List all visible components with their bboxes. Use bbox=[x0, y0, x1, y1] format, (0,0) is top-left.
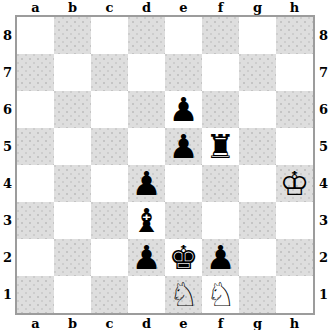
file-label-bottom-b: b bbox=[54, 316, 91, 330]
square-f4[interactable] bbox=[202, 165, 239, 202]
square-c8[interactable] bbox=[91, 17, 128, 54]
square-g6[interactable] bbox=[239, 91, 276, 128]
piece-black-pawn[interactable]: ♟ bbox=[169, 128, 199, 165]
square-b4[interactable] bbox=[54, 165, 91, 202]
rank-label-left-6: 6 bbox=[0, 91, 15, 128]
piece-black-bishop[interactable]: ♝ bbox=[132, 202, 162, 239]
square-a1[interactable] bbox=[17, 276, 54, 313]
square-a7[interactable] bbox=[17, 54, 54, 91]
file-label-top-f: f bbox=[202, 0, 239, 15]
square-a6[interactable] bbox=[17, 91, 54, 128]
rank-label-right-1: 1 bbox=[317, 276, 330, 313]
square-a8[interactable] bbox=[17, 17, 54, 54]
file-label-top-d: d bbox=[128, 0, 165, 15]
square-h1[interactable] bbox=[276, 276, 313, 313]
file-label-top-g: g bbox=[239, 0, 276, 15]
square-f7[interactable] bbox=[202, 54, 239, 91]
piece-white-king[interactable]: ♔ bbox=[280, 165, 310, 202]
square-e7[interactable] bbox=[165, 54, 202, 91]
square-g5[interactable] bbox=[239, 128, 276, 165]
square-d3[interactable]: ♝ bbox=[128, 202, 165, 239]
square-b7[interactable] bbox=[54, 54, 91, 91]
rank-label-left-3: 3 bbox=[0, 202, 15, 239]
square-d5[interactable] bbox=[128, 128, 165, 165]
file-label-bottom-h: h bbox=[276, 316, 313, 330]
square-h8[interactable] bbox=[276, 17, 313, 54]
square-d4[interactable]: ♟ bbox=[128, 165, 165, 202]
rank-label-left-5: 5 bbox=[0, 128, 15, 165]
rank-label-left-4: 4 bbox=[0, 165, 15, 202]
file-labels-bottom: abcdefgh bbox=[17, 316, 313, 330]
rank-labels-right: 87654321 bbox=[317, 17, 330, 313]
square-f5[interactable]: ♜ bbox=[202, 128, 239, 165]
piece-black-rook[interactable]: ♜ bbox=[206, 128, 236, 165]
square-b3[interactable] bbox=[54, 202, 91, 239]
square-b6[interactable] bbox=[54, 91, 91, 128]
rank-label-right-4: 4 bbox=[317, 165, 330, 202]
square-f8[interactable] bbox=[202, 17, 239, 54]
square-b2[interactable] bbox=[54, 239, 91, 276]
square-c1[interactable] bbox=[91, 276, 128, 313]
square-g8[interactable] bbox=[239, 17, 276, 54]
rank-label-right-5: 5 bbox=[317, 128, 330, 165]
square-b5[interactable] bbox=[54, 128, 91, 165]
square-e3[interactable] bbox=[165, 202, 202, 239]
square-h7[interactable] bbox=[276, 54, 313, 91]
square-f3[interactable] bbox=[202, 202, 239, 239]
square-d2[interactable]: ♟ bbox=[128, 239, 165, 276]
square-c6[interactable] bbox=[91, 91, 128, 128]
square-g1[interactable] bbox=[239, 276, 276, 313]
square-a2[interactable] bbox=[17, 239, 54, 276]
square-e4[interactable] bbox=[165, 165, 202, 202]
piece-white-knight[interactable]: ♘ bbox=[169, 276, 199, 313]
square-a4[interactable] bbox=[17, 165, 54, 202]
square-d6[interactable] bbox=[128, 91, 165, 128]
file-label-top-e: e bbox=[165, 0, 202, 15]
rank-label-left-1: 1 bbox=[0, 276, 15, 313]
square-d8[interactable] bbox=[128, 17, 165, 54]
file-label-bottom-a: a bbox=[17, 316, 54, 330]
rank-label-right-6: 6 bbox=[317, 91, 330, 128]
chess-board[interactable]: ♟♟♜♟♔♝♟♚♟♘♘ bbox=[15, 15, 315, 315]
square-b1[interactable] bbox=[54, 276, 91, 313]
square-h5[interactable] bbox=[276, 128, 313, 165]
square-f1[interactable]: ♘ bbox=[202, 276, 239, 313]
square-h4[interactable]: ♔ bbox=[276, 165, 313, 202]
square-c2[interactable] bbox=[91, 239, 128, 276]
rank-label-right-2: 2 bbox=[317, 239, 330, 276]
piece-black-pawn[interactable]: ♟ bbox=[132, 165, 162, 202]
square-h3[interactable] bbox=[276, 202, 313, 239]
file-label-top-a: a bbox=[17, 0, 54, 15]
square-c4[interactable] bbox=[91, 165, 128, 202]
square-a5[interactable] bbox=[17, 128, 54, 165]
piece-black-pawn[interactable]: ♟ bbox=[169, 91, 199, 128]
square-e6[interactable]: ♟ bbox=[165, 91, 202, 128]
square-g2[interactable] bbox=[239, 239, 276, 276]
square-f6[interactable] bbox=[202, 91, 239, 128]
square-g3[interactable] bbox=[239, 202, 276, 239]
square-e5[interactable]: ♟ bbox=[165, 128, 202, 165]
rank-label-left-2: 2 bbox=[0, 239, 15, 276]
piece-black-pawn[interactable]: ♟ bbox=[206, 239, 236, 276]
file-label-top-c: c bbox=[91, 0, 128, 15]
piece-black-pawn[interactable]: ♟ bbox=[132, 239, 162, 276]
square-f2[interactable]: ♟ bbox=[202, 239, 239, 276]
file-label-bottom-e: e bbox=[165, 316, 202, 330]
square-b8[interactable] bbox=[54, 17, 91, 54]
rank-label-right-3: 3 bbox=[317, 202, 330, 239]
rank-label-right-8: 8 bbox=[317, 17, 330, 54]
file-label-bottom-g: g bbox=[239, 316, 276, 330]
square-h2[interactable] bbox=[276, 239, 313, 276]
rank-labels-left: 87654321 bbox=[0, 17, 15, 313]
square-g7[interactable] bbox=[239, 54, 276, 91]
square-c3[interactable] bbox=[91, 202, 128, 239]
square-e1[interactable]: ♘ bbox=[165, 276, 202, 313]
file-label-bottom-d: d bbox=[128, 316, 165, 330]
square-g4[interactable] bbox=[239, 165, 276, 202]
file-label-bottom-f: f bbox=[202, 316, 239, 330]
square-h6[interactable] bbox=[276, 91, 313, 128]
square-a3[interactable] bbox=[17, 202, 54, 239]
square-c5[interactable] bbox=[91, 128, 128, 165]
file-label-bottom-c: c bbox=[91, 316, 128, 330]
chess-diagram: abcdefgh 87654321 ♟♟♜♟♔♝♟♚♟♘♘ 87654321 a… bbox=[0, 0, 330, 330]
rank-label-left-7: 7 bbox=[0, 54, 15, 91]
piece-white-knight[interactable]: ♘ bbox=[206, 276, 236, 313]
file-label-top-h: h bbox=[276, 0, 313, 15]
file-label-top-b: b bbox=[54, 0, 91, 15]
square-e8[interactable] bbox=[165, 17, 202, 54]
rank-label-left-8: 8 bbox=[0, 17, 15, 54]
rank-label-right-7: 7 bbox=[317, 54, 330, 91]
square-d7[interactable] bbox=[128, 54, 165, 91]
square-c7[interactable] bbox=[91, 54, 128, 91]
piece-black-king[interactable]: ♚ bbox=[169, 239, 199, 276]
square-e2[interactable]: ♚ bbox=[165, 239, 202, 276]
file-labels-top: abcdefgh bbox=[17, 0, 313, 15]
square-d1[interactable] bbox=[128, 276, 165, 313]
